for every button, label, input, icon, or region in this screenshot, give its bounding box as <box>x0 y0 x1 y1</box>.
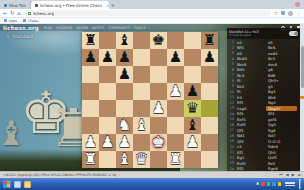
bookmark-item[interactable]: Chess <box>23 19 38 23</box>
background-giant-bishop: ♝ <box>0 116 26 150</box>
browser-tab-2-active[interactable]: lichess.org • Free Online Chess × <box>31 1 109 9</box>
white-rook-a1[interactable]: ♜ <box>84 151 97 168</box>
square-g1[interactable] <box>184 151 201 168</box>
lichess-logo[interactable]: lichess.org <box>3 25 39 31</box>
square-f2[interactable] <box>167 134 184 151</box>
square-c2[interactable]: ♟ <box>116 134 133 151</box>
next-move-button[interactable]: ▶ <box>292 173 295 177</box>
fen-text: r1b1k2r/ppp2p1p/2p5/5Pp1/4P1q1/2NB2b1/PP… <box>3 173 275 177</box>
black-pawn-c6[interactable]: ♟ <box>118 66 131 83</box>
square-e5[interactable] <box>150 83 167 100</box>
tab-title: lichess.org • Free Online Chess <box>40 3 102 8</box>
square-b4[interactable] <box>99 100 116 117</box>
square-a8[interactable]: ♜ <box>82 32 99 49</box>
square-a7[interactable]: ♟ <box>82 49 99 66</box>
black-bishop-c8[interactable]: ♝ <box>118 32 131 49</box>
engine-subtitle: in local browser <box>229 34 259 37</box>
black-pawn-c7[interactable]: ♟ <box>118 49 131 66</box>
last-move-highlight <box>201 100 218 117</box>
square-e4[interactable]: ♟ <box>150 100 167 117</box>
square-g5[interactable]: ♟ <box>184 83 201 100</box>
first-move-button[interactable]: ⏮ <box>279 173 282 177</box>
move-list: 1e4e52Nf3Nc63d4exd44Nxd4Bc55Nxc6dxc66Bd3… <box>227 39 300 171</box>
square-g6[interactable] <box>184 66 201 83</box>
bookmark-icon <box>4 19 7 22</box>
engine-toggle[interactable] <box>289 31 298 36</box>
tray-expand-icon[interactable]: ▲ <box>256 182 259 186</box>
square-f4[interactable] <box>167 100 184 117</box>
last-move-button[interactable]: ⏭ <box>298 173 301 177</box>
square-d3[interactable]: ♝ <box>133 117 150 134</box>
square-d2[interactable] <box>133 134 150 151</box>
browser-avatar[interactable] <box>288 11 293 16</box>
square-c5[interactable] <box>116 83 133 100</box>
black-bishop-g3[interactable]: ♝ <box>186 117 199 134</box>
game-meta: ♘ Standard <box>5 33 33 40</box>
square-f1[interactable]: ♜ <box>167 151 184 168</box>
chess-board: ♜♝♚♜♟♟♟♟♟♟♟♟♟♛♞♝♝♟♟♟♚♟♜♝♛♜ <box>82 32 218 168</box>
bookmark-icon <box>23 19 26 22</box>
browser-menu-icon[interactable]: ⋮ <box>296 11 301 16</box>
white-pawn-g2[interactable]: ♟ <box>186 134 199 151</box>
square-b2[interactable]: ♟ <box>99 134 116 151</box>
square-b7[interactable]: ♟ <box>99 49 116 66</box>
square-a1[interactable]: ♜ <box>82 151 99 168</box>
taskbar-browser-icon[interactable] <box>14 181 21 188</box>
black-pawn-h7[interactable]: ♟ <box>203 49 216 66</box>
extension-icon[interactable] <box>281 11 285 15</box>
show-desktop-button[interactable] <box>299 179 301 189</box>
square-b1[interactable] <box>99 151 116 168</box>
reload-icon[interactable]: ↻ <box>10 11 14 16</box>
nav-puzzles[interactable]: PUZZLES <box>56 26 72 30</box>
bookmark-item[interactable]: Apps <box>4 19 17 23</box>
nav-community[interactable]: COMMUNITY <box>108 26 130 30</box>
nav-learn[interactable]: LEARN <box>76 26 88 30</box>
square-c1[interactable]: ♝ <box>116 151 133 168</box>
white-bishop-c1[interactable]: ♝ <box>118 151 131 168</box>
tray-app-icon[interactable] <box>278 182 282 186</box>
white-pawn-b2[interactable]: ♟ <box>101 134 114 151</box>
square-h4[interactable] <box>201 100 218 117</box>
tab-favicon <box>35 4 38 7</box>
tab-favicon <box>4 4 7 7</box>
black-pawn-a7[interactable]: ♟ <box>84 49 97 66</box>
variant-label: Standard <box>12 34 32 39</box>
square-f8[interactable] <box>167 32 184 49</box>
url-field[interactable]: lichess.org <box>24 10 271 16</box>
new-tab-button[interactable]: + <box>109 1 117 9</box>
screen: New Tab lichess.org • Free Online Chess … <box>0 0 304 190</box>
square-d7[interactable] <box>133 49 150 66</box>
square-a2[interactable]: ♟ <box>82 134 99 151</box>
tray-app-icon[interactable] <box>272 182 276 186</box>
square-a4[interactable] <box>82 100 99 117</box>
lock-icon <box>28 12 31 15</box>
nav-tools[interactable]: TOOLS <box>134 26 146 30</box>
system-tray: ▲ <box>256 179 301 189</box>
home-icon[interactable]: ⌂ <box>17 11 20 16</box>
square-b5[interactable] <box>99 83 116 100</box>
square-h6[interactable] <box>201 66 218 83</box>
playback-controls: ⏮ ◀ ▶ ⏭ <box>279 173 301 177</box>
square-e1[interactable] <box>150 151 167 168</box>
white-pawn-e4[interactable]: ♟ <box>152 100 165 117</box>
white-bishop-d3[interactable]: ♝ <box>135 117 148 134</box>
black-king-e8[interactable]: ♚ <box>152 32 165 49</box>
prev-move-button[interactable]: ◀ <box>286 173 289 177</box>
black-rook-a8[interactable]: ♜ <box>84 32 97 49</box>
white-pawn-c2[interactable]: ♟ <box>118 134 131 151</box>
square-c6[interactable]: ♟ <box>116 66 133 83</box>
scrollbar-thumb[interactable] <box>301 46 304 88</box>
engine-header: Stockfish 11+ HCE in local browser <box>227 28 300 39</box>
square-c7[interactable]: ♟ <box>116 49 133 66</box>
square-e8[interactable]: ♚ <box>150 32 167 49</box>
square-e6[interactable] <box>150 66 167 83</box>
square-b3[interactable] <box>99 117 116 134</box>
square-h3[interactable] <box>201 117 218 134</box>
address-bar-actions: ☆ ⋮ <box>274 11 301 16</box>
square-d6[interactable] <box>133 66 150 83</box>
site-nav: PLAY PUZZLES LEARN WATCH COMMUNITY TOOLS <box>44 26 146 30</box>
square-g8[interactable] <box>184 32 201 49</box>
white-queen-d1[interactable]: ♛ <box>135 151 148 168</box>
black-pawn-b7[interactable]: ♟ <box>101 49 114 66</box>
black-pawn-f7[interactable]: ♟ <box>169 49 182 66</box>
lichess-page: ♚ ♜ ♝ lichess.org PLAY PUZZLES LEARN WAT… <box>0 24 304 171</box>
square-a3[interactable] <box>82 117 99 134</box>
square-f6[interactable] <box>167 66 184 83</box>
square-f3[interactable] <box>167 117 184 134</box>
tray-app-icon[interactable] <box>267 182 271 186</box>
square-d1[interactable]: ♛ <box>133 151 150 168</box>
white-pawn-a2[interactable]: ♟ <box>84 134 97 151</box>
square-c8[interactable]: ♝ <box>116 32 133 49</box>
page-scrollbar[interactable] <box>300 24 304 171</box>
square-c3[interactable]: ♞ <box>116 117 133 134</box>
black-rook-h8[interactable]: ♜ <box>203 32 216 49</box>
black-pawn-g5[interactable]: ♟ <box>186 83 199 100</box>
address-bar: ← ↻ ⌂ lichess.org ☆ ⋮ <box>0 9 304 18</box>
square-d4[interactable] <box>133 100 150 117</box>
square-g7[interactable] <box>184 49 201 66</box>
white-rook-f1[interactable]: ♜ <box>169 151 182 168</box>
square-d5[interactable] <box>133 83 150 100</box>
white-king-e2[interactable]: ♚ <box>152 134 165 151</box>
tray-clock <box>285 182 295 186</box>
url-text: lichess.org <box>33 11 54 16</box>
square-g2[interactable]: ♟ <box>184 134 201 151</box>
square-f7[interactable]: ♟ <box>167 49 184 66</box>
square-e3[interactable] <box>150 117 167 134</box>
square-c4[interactable] <box>116 100 133 117</box>
square-f5[interactable]: ♟ <box>167 83 184 100</box>
black-queen-g4[interactable]: ♛ <box>186 100 199 117</box>
square-a6[interactable] <box>82 66 99 83</box>
square-h8[interactable]: ♜ <box>201 32 218 49</box>
windows-taskbar: ▲ <box>0 178 304 190</box>
square-b6[interactable] <box>99 66 116 83</box>
analysis-panel: Stockfish 11+ HCE in local browser 1e4e5… <box>227 28 300 171</box>
move-12-black[interactable]: Ng4 <box>266 100 297 106</box>
tab-title: New Tab <box>9 3 26 8</box>
square-e2[interactable]: ♚ <box>150 134 167 151</box>
square-g4[interactable]: ♛ <box>184 100 201 117</box>
square-e7[interactable] <box>150 49 167 66</box>
square-h7[interactable]: ♟ <box>201 49 218 66</box>
taskbar-folder-icon[interactable] <box>24 181 31 188</box>
start-button[interactable] <box>3 180 11 188</box>
back-icon[interactable]: ← <box>3 11 7 16</box>
square-b8[interactable] <box>99 32 116 49</box>
white-knight-c3[interactable]: ♞ <box>118 117 131 134</box>
square-h5[interactable] <box>201 83 218 100</box>
nav-play[interactable]: PLAY <box>44 26 52 30</box>
square-g3[interactable]: ♝ <box>184 117 201 134</box>
nav-watch[interactable]: WATCH <box>92 26 104 30</box>
square-d8[interactable] <box>133 32 150 49</box>
browser-tab-1[interactable]: New Tab <box>0 1 31 9</box>
square-h1[interactable] <box>201 151 218 168</box>
white-pawn-f5[interactable]: ♟ <box>169 83 182 100</box>
underboard-bar: r1b1k2r/ppp2p1p/2p5/5Pp1/4P1q1/2NB2b1/PP… <box>0 171 304 178</box>
tray-app-icon[interactable] <box>261 182 265 186</box>
square-a5[interactable] <box>82 83 99 100</box>
scrollbar-marker <box>300 96 304 99</box>
browser-profile-icon[interactable] <box>295 2 300 7</box>
browser-tab-strip: New Tab lichess.org • Free Online Chess … <box>0 0 304 9</box>
knight-variant-icon: ♘ <box>5 33 10 40</box>
bookmark-star-icon[interactable]: ☆ <box>274 11 278 16</box>
square-h2[interactable] <box>201 134 218 151</box>
